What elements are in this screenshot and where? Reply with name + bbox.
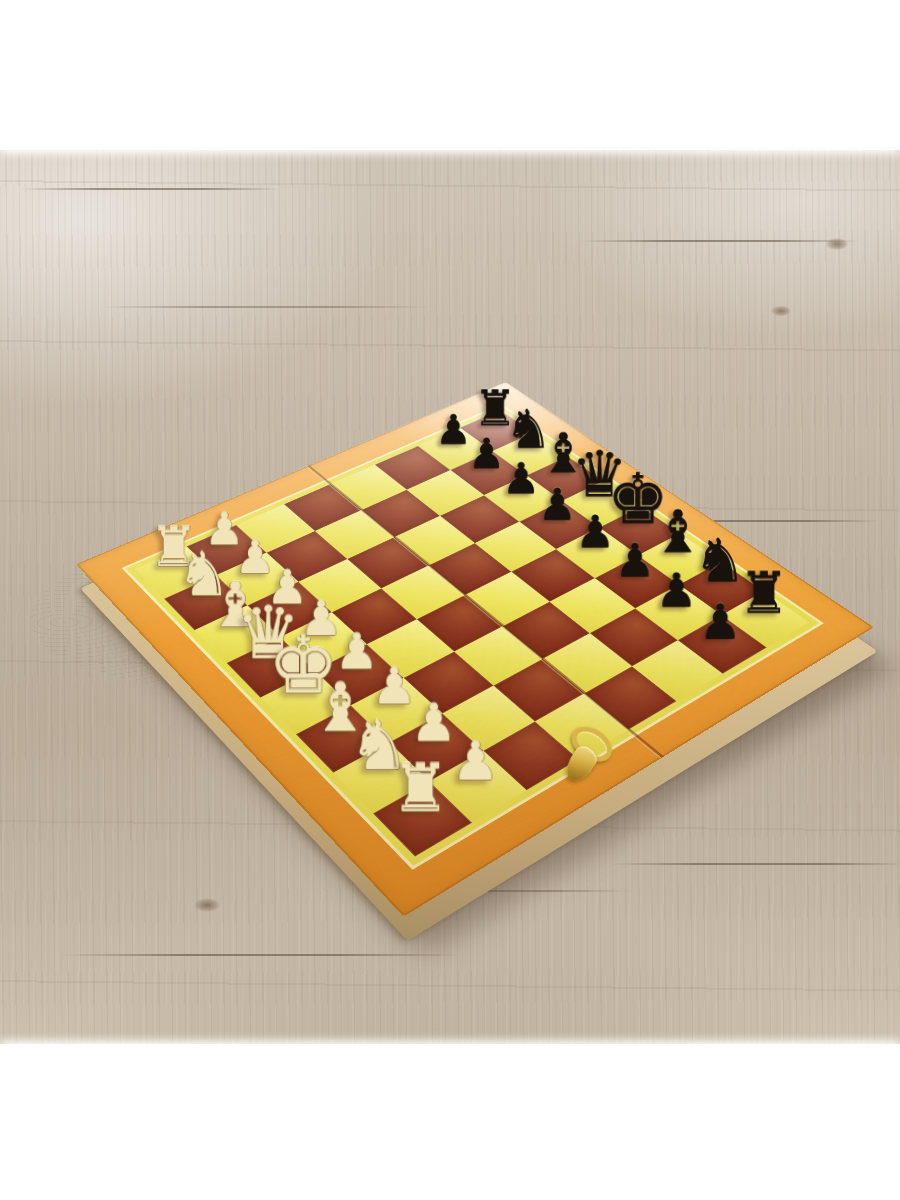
piece-black-pawn[interactable]: ♟ [679,599,762,644]
piece-white-rook[interactable]: ♜ [373,757,467,820]
wood-knot [768,304,794,318]
wood-crack [20,188,280,190]
wood-crack [60,954,460,956]
photo-stage: ♜♞♝♛♚♝♞♜♟♟♟♟♟♟♟♟♟♟♟♟♟♟♟♟♜♞♝♛♚♝♞♜ [0,0,900,1200]
wood-crack [580,240,860,242]
wood-crack [610,863,900,865]
square-h1[interactable]: ♜ [373,781,472,856]
wood-crack [100,306,430,308]
backdrop-bottom [0,1044,900,1200]
backdrop-top [0,0,900,150]
wood-knot [822,236,852,252]
wood-knot [190,896,224,914]
